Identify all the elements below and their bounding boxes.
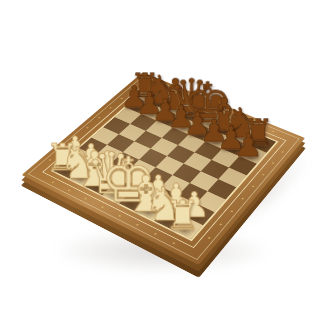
piece-contact-shadow [68, 153, 89, 166]
piece-contact-shadow [240, 150, 261, 163]
square-f5 [184, 152, 212, 171]
square-g8: ♞ [232, 128, 259, 146]
square-b3 [95, 145, 123, 163]
scene: ♜♞♝♛♚♝♞♜♟♟♟♟♟♟♟♟♟♟♟♟♟♟♟♟♜♞♝♛♚♝♞♜ [0, 0, 330, 330]
piece-contact-shadow [104, 188, 126, 203]
square-a2: ♟ [67, 148, 95, 167]
square-e3 [144, 167, 173, 187]
piece-contact-shadow [174, 222, 198, 238]
product-photo: ♜♞♝♛♚♝♞♜♟♟♟♟♟♟♟♟♟♟♟♟♟♟♟♟♜♞♝♛♚♝♞♜ [0, 0, 330, 330]
piece-contact-shadow [186, 209, 209, 225]
chess-board: ♜♞♝♛♚♝♞♜♟♟♟♟♟♟♟♟♟♟♟♟♟♟♟♟♜♞♝♛♚♝♞♜ [22, 72, 305, 265]
